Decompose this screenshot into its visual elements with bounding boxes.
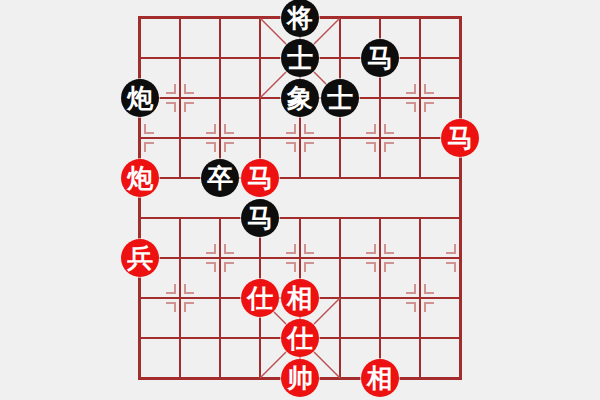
xiangqi-app: 将士马炮象士马炮卒马马兵仕相仕帅相 [0,0,600,400]
piece-red-elephant[interactable]: 相 [361,359,399,397]
piece-black-general[interactable]: 将 [281,0,319,37]
piece-black-advisor[interactable]: 士 [281,39,319,77]
xiangqi-piece-layer[interactable]: 将士马炮象士马炮卒马马兵仕相仕帅相 [120,0,480,398]
piece-red-advisor[interactable]: 仕 [281,319,319,357]
piece-black-horse[interactable]: 马 [361,39,399,77]
piece-red-advisor[interactable]: 仕 [241,279,279,317]
piece-black-cannon[interactable]: 炮 [121,79,159,117]
piece-red-horse[interactable]: 马 [441,119,479,157]
piece-black-advisor[interactable]: 士 [321,79,359,117]
piece-red-general[interactable]: 帅 [281,359,319,397]
piece-red-soldier[interactable]: 兵 [121,239,159,277]
piece-black-horse[interactable]: 马 [241,199,279,237]
piece-black-elephant[interactable]: 象 [281,79,319,117]
piece-red-elephant[interactable]: 相 [281,279,319,317]
piece-black-soldier[interactable]: 卒 [201,159,239,197]
piece-red-horse[interactable]: 马 [241,159,279,197]
piece-red-cannon[interactable]: 炮 [121,159,159,197]
